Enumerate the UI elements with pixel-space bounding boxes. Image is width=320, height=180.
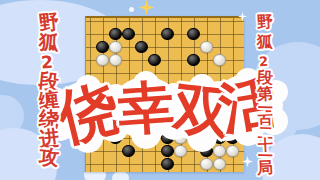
black-stone — [122, 28, 134, 40]
white-stone — [109, 54, 121, 66]
grid-line-horizontal — [86, 21, 244, 22]
white-stone — [226, 145, 238, 157]
black-stone — [161, 145, 173, 157]
caption-char: 野 — [257, 14, 274, 31]
white-stone — [200, 158, 212, 170]
white-stone — [200, 41, 212, 53]
black-stone — [109, 28, 121, 40]
black-stone — [187, 54, 199, 66]
black-stone — [161, 28, 173, 40]
cloud-puff-bottom-2 — [112, 171, 129, 180]
caption-char: 局 — [257, 160, 274, 177]
caption-char: 攻 — [38, 146, 60, 168]
white-stone — [213, 145, 225, 157]
white-stone — [109, 41, 121, 53]
white-stone — [174, 145, 186, 157]
dot-sparkle-icon — [129, 7, 134, 12]
black-stone — [187, 28, 199, 40]
white-stone — [213, 54, 225, 66]
caption-char: 狐 — [257, 34, 274, 51]
main-title-char: 幸 — [116, 78, 176, 138]
black-stone — [135, 41, 147, 53]
thumbnail-stage: 侥幸双活 野狐2段缠绕进攻 野狐2段第一百二十一局 — [0, 0, 320, 180]
black-stone — [122, 145, 134, 157]
star-sparkle-icon — [139, 0, 154, 15]
caption-char: 2 — [258, 54, 268, 67]
black-stone — [96, 41, 108, 53]
white-stone — [96, 54, 108, 66]
black-stone — [148, 54, 160, 66]
black-stone — [161, 158, 173, 170]
white-stone — [213, 158, 225, 170]
caption-char: 狐 — [38, 31, 60, 53]
